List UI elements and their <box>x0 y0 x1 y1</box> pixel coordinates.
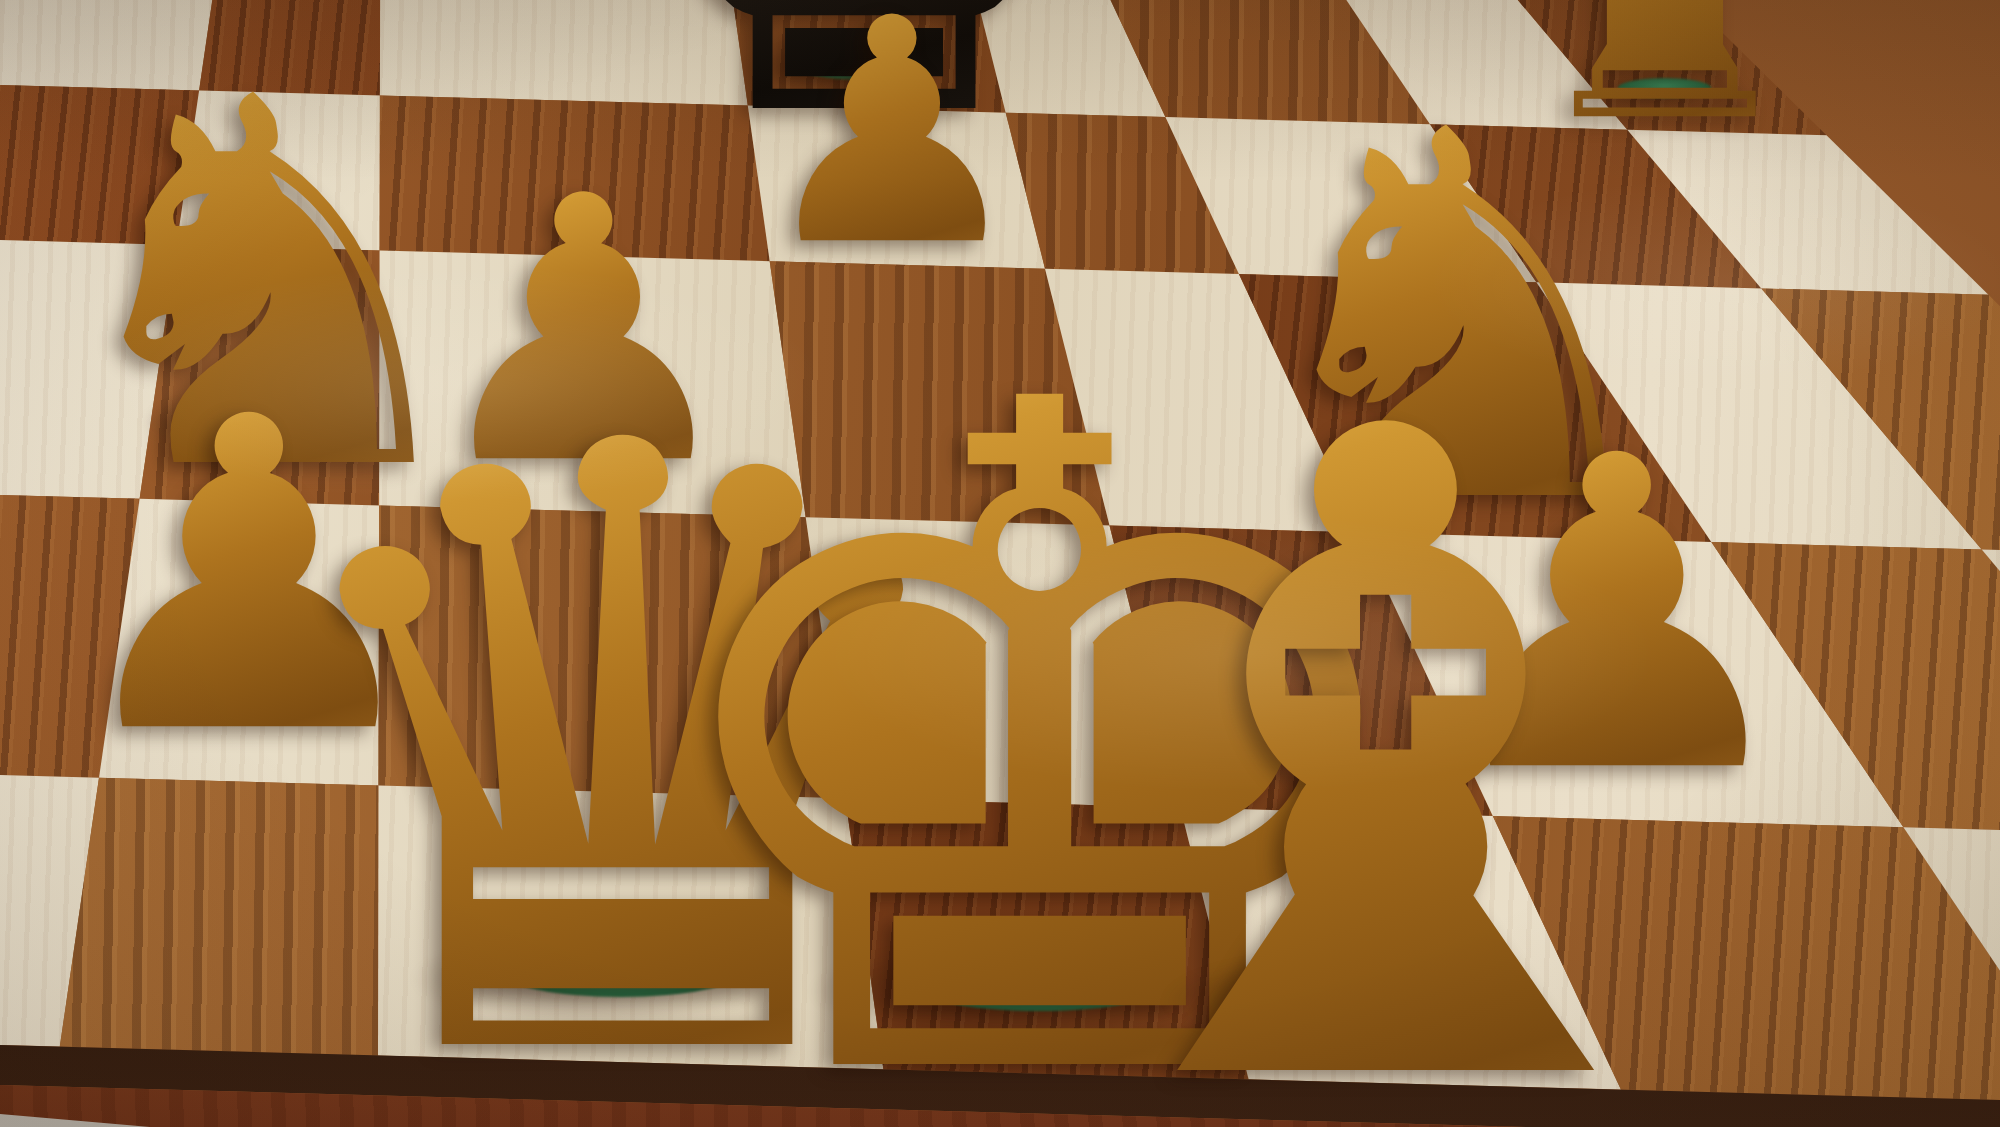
white-bishop-e4[interactable]: ♝ <box>941 318 1831 1127</box>
chessboard-photo: ♚♜♟♞♟♞♟♟♛♚♝ <box>0 0 2000 1127</box>
